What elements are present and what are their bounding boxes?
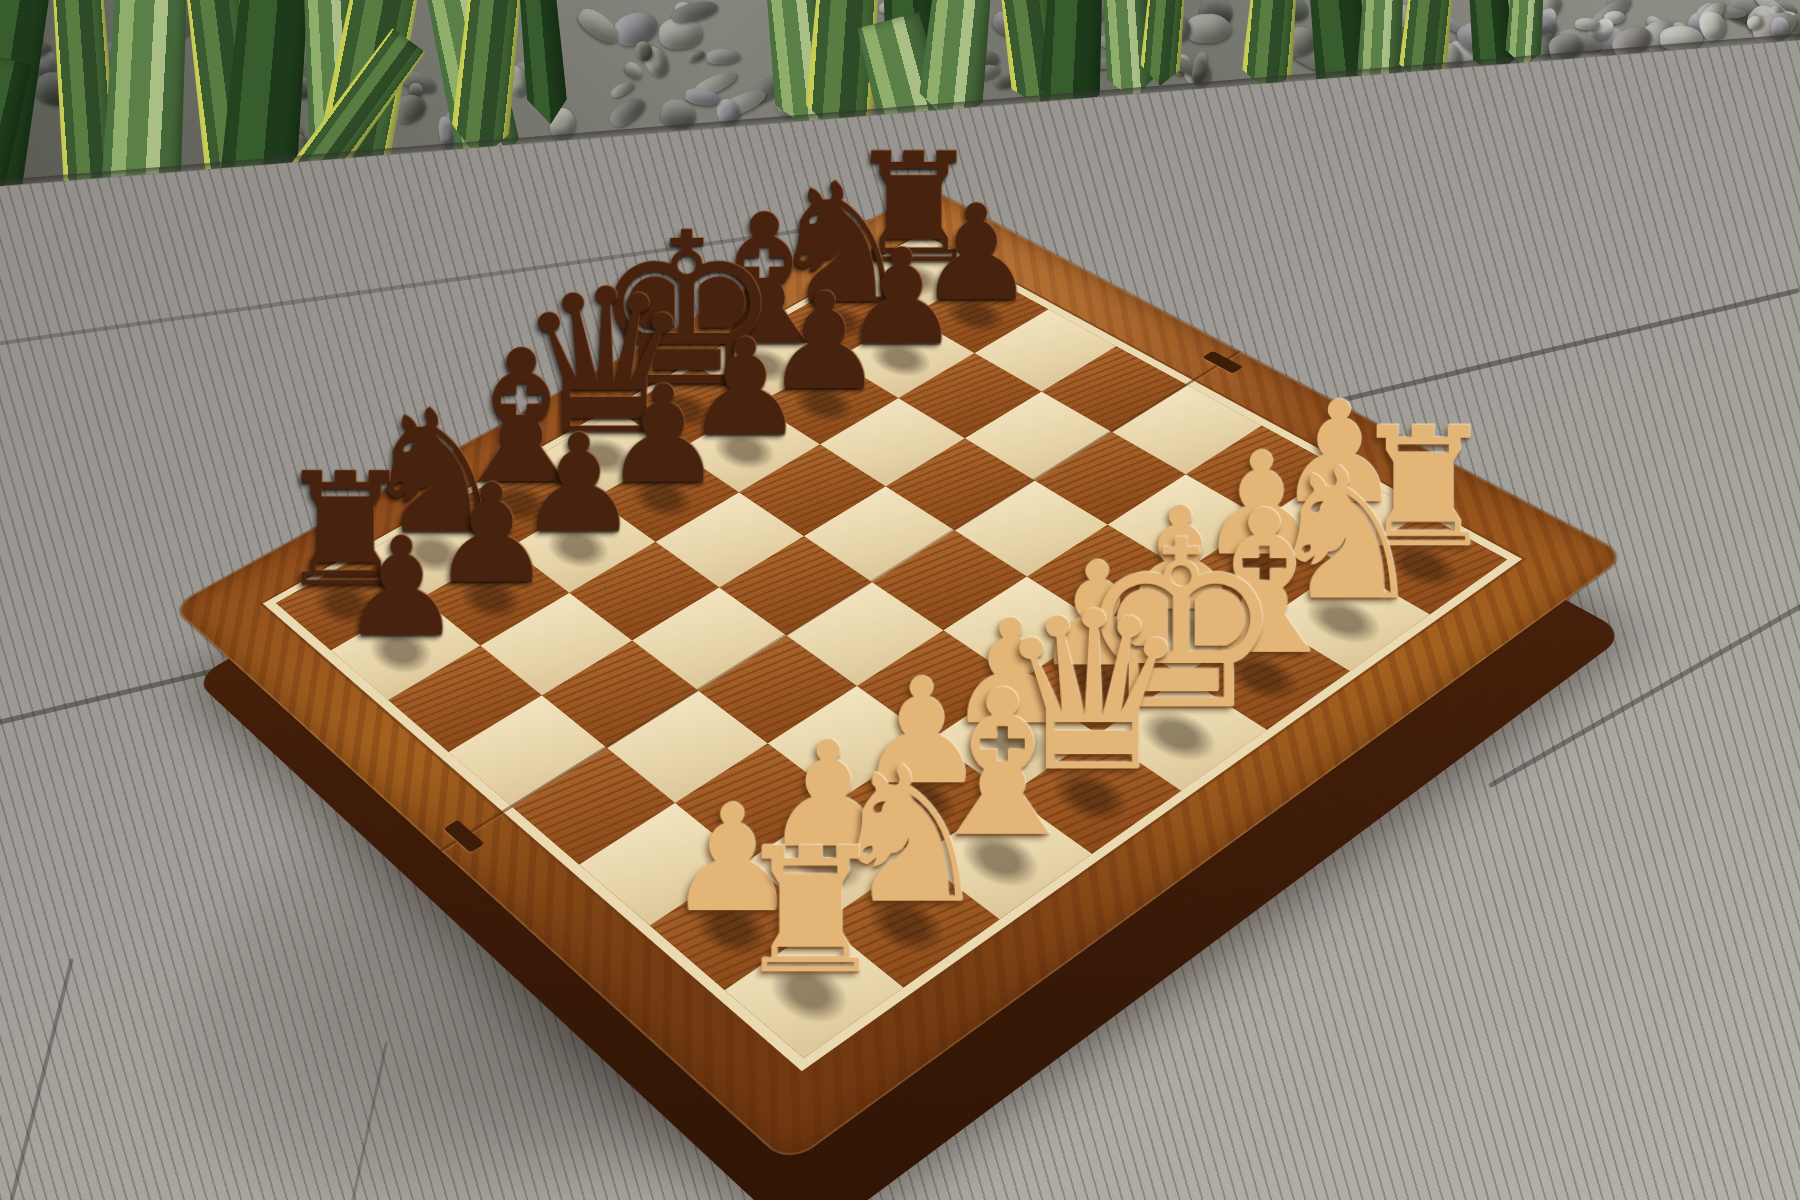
square-a1[interactable]: ♜ — [725, 922, 904, 1058]
outdoor-scene: ♜♟♟♜♞♟♟♞♝♟♟♝♛♟♟♛♚♟♟♚♝♟♟♝♞♟♟♞♜♟♟♜ — [0, 0, 1800, 1200]
piece-white-rook-a1[interactable]: ♜ — [658, 825, 962, 998]
piece-black-pawn-a7[interactable]: ♟ — [272, 519, 531, 656]
